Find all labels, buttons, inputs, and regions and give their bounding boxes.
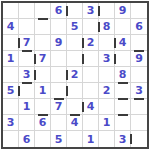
consecutive-mark-vertical	[130, 134, 132, 144]
cell-r1c1[interactable]	[3, 3, 19, 19]
cell-r7c9[interactable]	[131, 99, 147, 115]
consecutive-mark-vertical	[18, 38, 20, 48]
cell-r4c5[interactable]	[67, 51, 83, 67]
given-digit: 6	[55, 4, 63, 17]
cell-r2c8[interactable]	[115, 19, 131, 35]
cell-r7c5[interactable]	[67, 99, 83, 115]
cell-r2c4[interactable]	[51, 19, 67, 35]
cell-r4c6[interactable]	[83, 51, 99, 67]
cell-r5c5[interactable]: 2	[67, 67, 83, 83]
consecutive-mark-horizontal	[134, 50, 144, 52]
given-digit: 9	[55, 36, 63, 49]
cell-r4c4[interactable]	[51, 51, 67, 67]
cell-r8c3[interactable]: 6	[35, 115, 51, 131]
given-digit: 3	[23, 68, 31, 81]
consecutive-mark-vertical	[114, 38, 116, 48]
cell-r6c8[interactable]	[115, 83, 131, 99]
given-digit: 5	[71, 20, 79, 33]
cell-r8c5[interactable]: 4	[67, 115, 83, 131]
cell-r3c7[interactable]	[99, 35, 115, 51]
consecutive-mark-horizontal	[118, 82, 128, 84]
given-digit: 1	[87, 133, 95, 146]
cell-r5c6[interactable]	[83, 67, 99, 83]
cell-r7c4[interactable]: 7	[51, 99, 67, 115]
consecutive-mark-vertical	[82, 54, 84, 64]
consecutive-mark-horizontal	[54, 98, 64, 100]
cell-r2c7[interactable]: 8	[99, 19, 115, 35]
given-digit: 7	[39, 52, 47, 65]
cell-r6c5[interactable]	[67, 83, 83, 99]
cell-r8c2[interactable]	[19, 115, 35, 131]
cell-r3c8[interactable]: 4	[115, 35, 131, 51]
cell-r1c8[interactable]: 9	[115, 3, 131, 19]
cell-r5c4[interactable]	[51, 67, 67, 83]
cell-r5c3[interactable]	[35, 67, 51, 83]
cell-r8c8[interactable]	[115, 115, 131, 131]
cell-r3c6[interactable]: 2	[83, 35, 99, 51]
cell-r6c4[interactable]	[51, 83, 67, 99]
cell-r5c9[interactable]	[131, 67, 147, 83]
cell-r9c3[interactable]	[35, 131, 51, 147]
cell-r2c3[interactable]	[35, 19, 51, 35]
cell-r4c3[interactable]: 7	[35, 51, 51, 67]
given-digit: 8	[103, 20, 111, 33]
consecutive-mark-vertical	[34, 54, 36, 64]
cell-r3c4[interactable]: 9	[51, 35, 67, 51]
cell-r6c9[interactable]: 3	[131, 83, 147, 99]
cell-r6c1[interactable]: 5	[3, 83, 19, 99]
cell-r2c2[interactable]	[19, 19, 35, 35]
cell-r1c5[interactable]	[67, 3, 83, 19]
given-digit: 4	[71, 116, 79, 129]
cell-r2c5[interactable]: 5	[67, 19, 83, 35]
cell-r3c9[interactable]	[131, 35, 147, 51]
cell-r2c6[interactable]	[83, 19, 99, 35]
given-digit: 1	[7, 52, 15, 65]
given-digit: 4	[119, 36, 127, 49]
cell-r9c9[interactable]	[131, 131, 147, 147]
given-digit: 3	[87, 4, 95, 17]
consecutive-mark-horizontal	[22, 82, 32, 84]
cell-r8c9[interactable]	[131, 115, 147, 131]
cell-r4c8[interactable]	[115, 51, 131, 67]
cell-r4c7[interactable]: 3	[99, 51, 115, 67]
given-digit: 5	[7, 84, 15, 97]
given-digit: 2	[103, 84, 111, 97]
cell-r3c5[interactable]	[67, 35, 83, 51]
cell-r1c7[interactable]	[99, 3, 115, 19]
consecutive-mark-vertical	[34, 70, 36, 80]
consecutive-mark-horizontal	[134, 98, 144, 100]
given-digit: 6	[23, 133, 31, 146]
cell-r1c9[interactable]	[131, 3, 147, 19]
given-digit: 3	[7, 116, 15, 129]
cell-r1c6[interactable]: 3	[83, 3, 99, 19]
cell-r4c9[interactable]: 9	[131, 51, 147, 67]
consecutive-mark-vertical	[98, 6, 100, 16]
given-digit: 7	[23, 36, 31, 49]
cell-r5c2[interactable]: 3	[19, 67, 35, 83]
given-digit: 1	[39, 84, 47, 97]
given-digit: 9	[135, 52, 143, 65]
consecutive-mark-horizontal	[22, 50, 32, 52]
given-digit: 6	[39, 116, 47, 129]
consecutive-mark-horizontal	[38, 114, 48, 116]
consecutive-mark-vertical	[18, 86, 20, 96]
given-digit: 8	[119, 68, 127, 81]
cell-r7c2[interactable]: 1	[19, 99, 35, 115]
consecutive-mark-vertical	[82, 38, 84, 48]
consecutive-mark-vertical	[114, 54, 116, 64]
cell-r3c2[interactable]: 7	[19, 35, 35, 51]
given-digit: 4	[87, 100, 95, 113]
cell-r5c7[interactable]	[99, 67, 115, 83]
consecutive-mark-vertical	[66, 6, 68, 16]
cell-r9c7[interactable]	[99, 131, 115, 147]
cell-r8c7[interactable]: 1	[99, 115, 115, 131]
consecutive-mark-vertical	[66, 86, 68, 96]
given-digit: 3	[135, 84, 143, 97]
cell-r3c3[interactable]	[35, 35, 51, 51]
cell-r9c5[interactable]	[67, 131, 83, 147]
cell-r4c1[interactable]: 1	[3, 51, 19, 67]
given-digit: 3	[103, 52, 111, 65]
cell-r8c4[interactable]	[51, 115, 67, 131]
sudoku-board: 639458679241739328512317436416513	[1, 1, 149, 149]
cell-r7c7[interactable]	[99, 99, 115, 115]
cell-r7c3[interactable]	[35, 99, 51, 115]
given-digit: 4	[7, 20, 15, 33]
consecutive-mark-horizontal	[38, 18, 48, 20]
given-digit: 1	[103, 116, 111, 129]
cell-r1c2[interactable]	[19, 3, 35, 19]
cell-r6c7[interactable]: 2	[99, 83, 115, 99]
given-digit: 3	[119, 133, 127, 146]
cell-r7c8[interactable]	[115, 99, 131, 115]
given-digit: 2	[87, 36, 95, 49]
given-digit: 2	[71, 68, 79, 81]
consecutive-mark-vertical	[82, 102, 84, 112]
cell-r6c2[interactable]	[19, 83, 35, 99]
given-digit: 1	[23, 100, 31, 113]
cell-r8c1[interactable]: 3	[3, 115, 19, 131]
consecutive-mark-vertical	[98, 22, 100, 32]
cell-r4c2[interactable]	[19, 51, 35, 67]
given-digit: 5	[55, 133, 63, 146]
given-digit: 7	[55, 100, 63, 113]
consecutive-mark-horizontal	[118, 98, 128, 100]
cell-r9c1[interactable]	[3, 131, 19, 147]
cell-r9c2[interactable]: 6	[19, 131, 35, 147]
cell-r9c4[interactable]: 5	[51, 131, 67, 147]
given-digit: 9	[119, 4, 127, 17]
consecutive-mark-horizontal	[118, 114, 128, 116]
cell-r7c1[interactable]	[3, 99, 19, 115]
cell-r9c6[interactable]: 1	[83, 131, 99, 147]
consecutive-mark-horizontal	[70, 114, 80, 116]
cell-r9c8[interactable]: 3	[115, 131, 131, 147]
cell-r3c1[interactable]	[3, 35, 19, 51]
consecutive-mark-vertical	[66, 70, 68, 80]
given-digit: 6	[135, 20, 143, 33]
cell-r5c1[interactable]	[3, 67, 19, 83]
cell-r5c8[interactable]: 8	[115, 67, 131, 83]
cell-r7c6[interactable]: 4	[83, 99, 99, 115]
cell-r1c4[interactable]: 6	[51, 3, 67, 19]
cell-r2c9[interactable]: 6	[131, 19, 147, 35]
cell-r8c6[interactable]	[83, 115, 99, 131]
cell-r6c6[interactable]	[83, 83, 99, 99]
cell-r1c3[interactable]	[35, 3, 51, 19]
cell-r6c3[interactable]: 1	[35, 83, 51, 99]
cell-r2c1[interactable]: 4	[3, 19, 19, 35]
